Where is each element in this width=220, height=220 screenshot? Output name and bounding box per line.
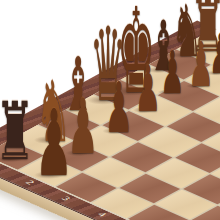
chess-board: 1234 <box>0 20 220 220</box>
chess-set-photo: 1234 ♜♞♝♛♚♝♞♜♟♟♟♟♟♟♟ <box>0 0 220 220</box>
rank-number-label: 4 <box>96 211 109 217</box>
rank-number-label: 2 <box>24 179 37 185</box>
rank-number-label: 3 <box>60 195 73 201</box>
